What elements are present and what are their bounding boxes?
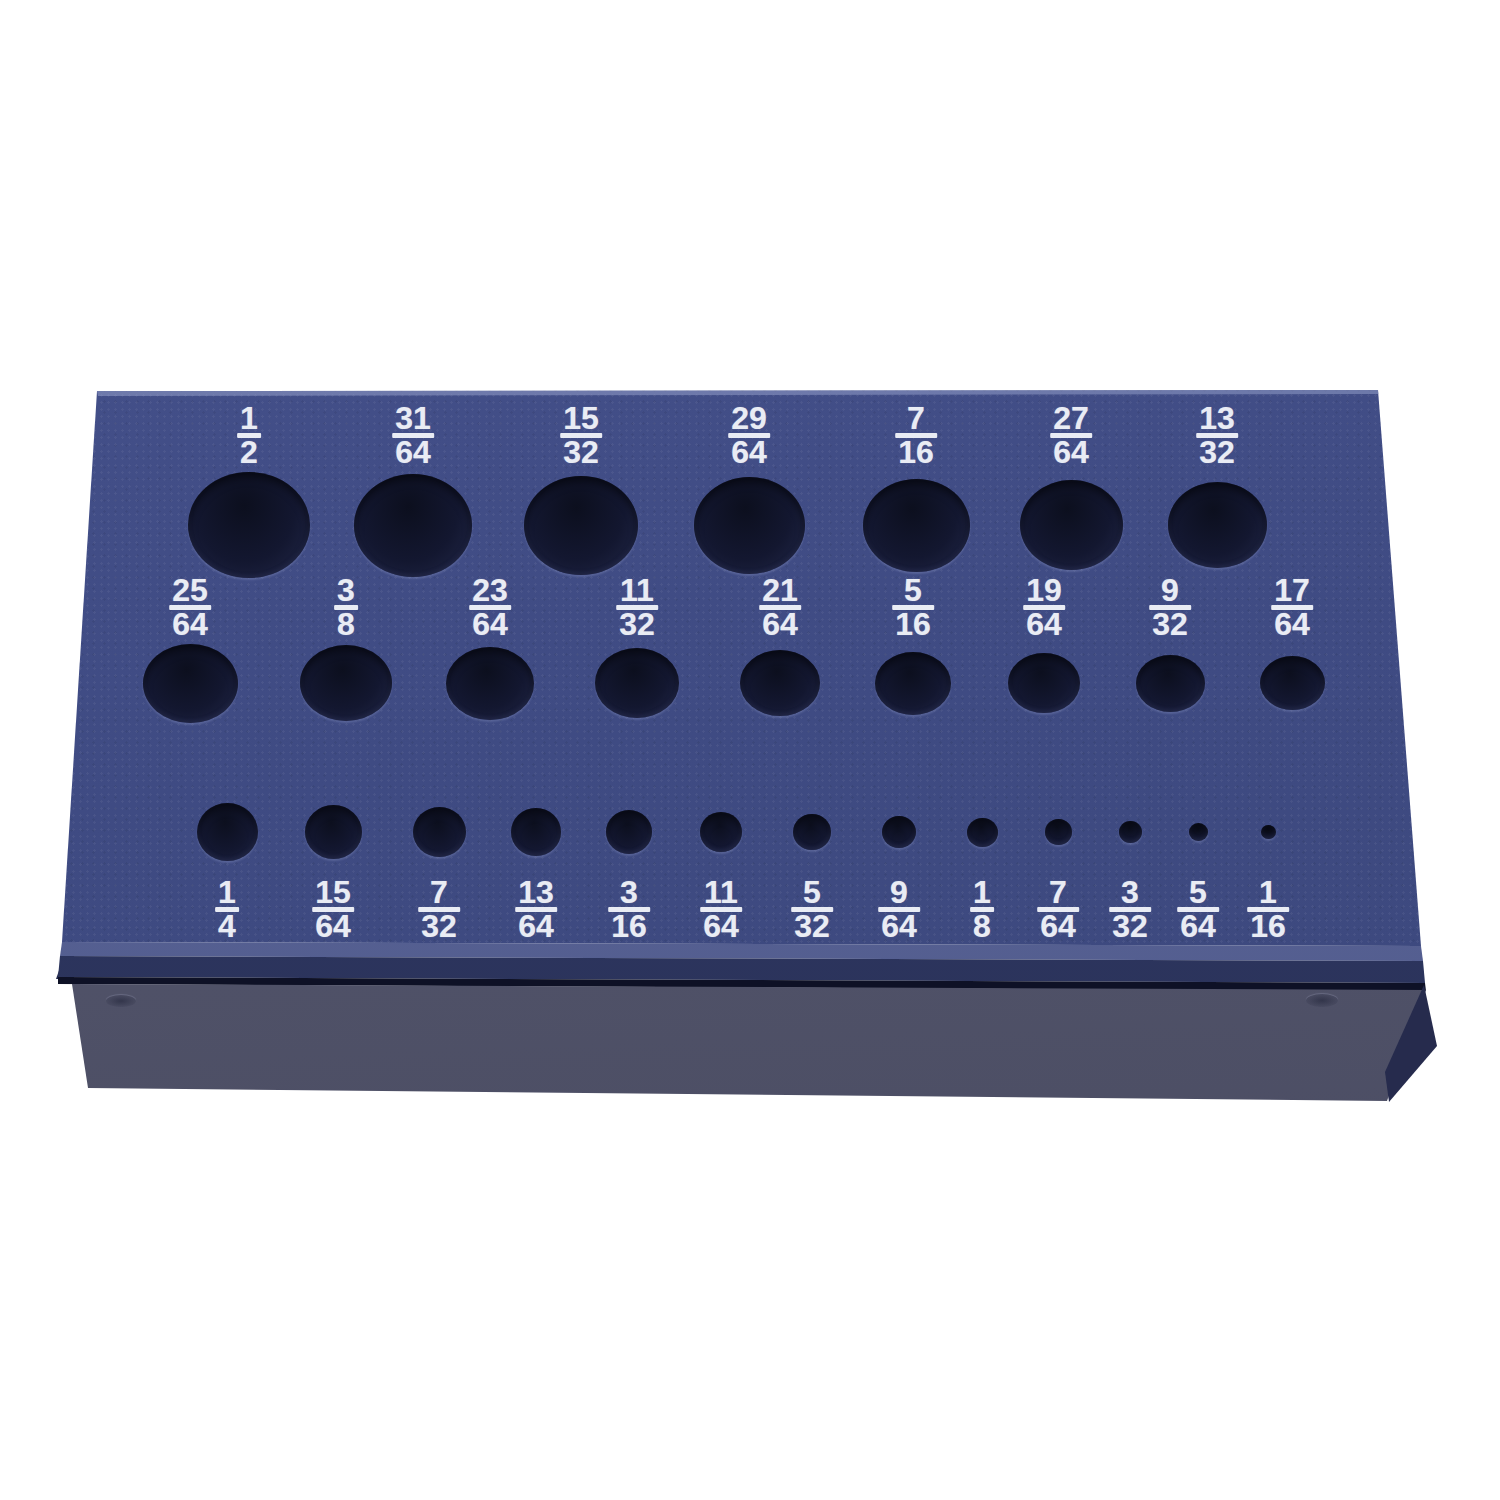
- size-label-3-32: 332: [1109, 880, 1151, 939]
- numerator: 5: [1186, 880, 1210, 905]
- hole-31-64: [354, 474, 472, 577]
- numerator: 15: [560, 406, 602, 431]
- denominator: 64: [1177, 914, 1219, 939]
- numerator: 7: [427, 880, 451, 905]
- numerator: 11: [617, 578, 657, 603]
- denominator: 16: [1247, 914, 1289, 939]
- hole-7-32: [413, 807, 466, 857]
- hole-3-8: [300, 645, 392, 721]
- hole-1-8: [967, 818, 998, 847]
- denominator: 32: [1196, 440, 1238, 465]
- denominator: 64: [1271, 612, 1313, 637]
- size-label-25-64: 2564: [169, 578, 211, 637]
- hole-19-64: [1008, 653, 1080, 713]
- numerator: 5: [800, 880, 824, 905]
- hole-11-32: [595, 648, 679, 718]
- denominator: 64: [469, 612, 511, 637]
- photo-canvas: 1231641532296471627641332256438236411322…: [0, 0, 1500, 1500]
- denominator: 64: [1050, 440, 1092, 465]
- denominator: 64: [169, 612, 211, 637]
- numerator: 11: [701, 880, 741, 905]
- numerator: 3: [617, 880, 641, 905]
- hole-3-32: [1119, 821, 1142, 843]
- size-label-9-32: 932: [1149, 578, 1191, 637]
- denominator: 16: [892, 612, 934, 637]
- size-label-19-64: 1964: [1023, 578, 1065, 637]
- hole-15-32: [524, 476, 638, 575]
- size-label-11-64: 1164: [700, 880, 742, 939]
- denominator: 32: [418, 914, 460, 939]
- size-label-7-32: 732: [418, 880, 460, 939]
- size-label-1-8: 18: [970, 880, 994, 939]
- hole-7-16: [863, 479, 970, 572]
- numerator: 3: [1118, 880, 1142, 905]
- size-label-3-16: 316: [608, 880, 650, 939]
- size-label-15-32: 1532: [560, 406, 602, 465]
- hole-5-32: [793, 814, 831, 850]
- size-label-7-64: 764: [1037, 880, 1079, 939]
- hole-15-64: [305, 805, 362, 859]
- hole-21-64: [740, 650, 820, 716]
- denominator: 4: [215, 914, 239, 939]
- hole-7-64: [1045, 819, 1072, 845]
- size-label-31-64: 3164: [392, 406, 434, 465]
- size-label-11-32: 1132: [616, 578, 658, 637]
- numerator: 13: [515, 880, 557, 905]
- numerator: 21: [759, 578, 801, 603]
- hole-9-64: [882, 816, 916, 848]
- size-label-27-64: 2764: [1050, 406, 1092, 465]
- size-label-21-64: 2164: [759, 578, 801, 637]
- hole-5-16: [875, 652, 951, 715]
- hole-3-16: [606, 810, 652, 854]
- numerator: 23: [469, 578, 511, 603]
- hole-29-64: [694, 477, 805, 574]
- hole-1-2: [188, 472, 310, 578]
- denominator: 16: [608, 914, 650, 939]
- denominator: 32: [791, 914, 833, 939]
- size-label-1-16: 116: [1247, 880, 1289, 939]
- numerator: 13: [1196, 406, 1238, 431]
- numerator: 17: [1271, 578, 1313, 603]
- surface-mark-right: [1306, 994, 1338, 1007]
- denominator: 64: [728, 440, 770, 465]
- box-top-face: 1231641532296471627641332256438236411322…: [0, 0, 1500, 1500]
- size-label-1-4: 14: [215, 880, 239, 939]
- numerator: 15: [312, 880, 354, 905]
- size-label-1-2: 12: [237, 406, 261, 465]
- numerator: 9: [887, 880, 911, 905]
- numerator: 5: [901, 578, 925, 603]
- denominator: 16: [895, 440, 937, 465]
- hole-27-64: [1020, 480, 1123, 570]
- hole-1-16: [1261, 825, 1276, 839]
- hole-5-64: [1189, 823, 1208, 841]
- numerator: 1: [215, 880, 239, 905]
- denominator: 64: [700, 914, 742, 939]
- denominator: 8: [334, 612, 358, 637]
- numerator: 9: [1158, 578, 1182, 603]
- hole-13-64: [511, 808, 561, 856]
- size-label-13-64: 1364: [515, 880, 557, 939]
- numerator: 19: [1023, 578, 1065, 603]
- size-label-5-32: 532: [791, 880, 833, 939]
- numerator: 31: [392, 406, 434, 431]
- size-label-5-64: 564: [1177, 880, 1219, 939]
- size-label-5-16: 516: [892, 578, 934, 637]
- hole-13-32: [1168, 482, 1267, 568]
- denominator: 32: [1109, 914, 1151, 939]
- denominator: 64: [1023, 612, 1065, 637]
- hole-1-4: [197, 803, 258, 861]
- hole-17-64: [1260, 656, 1325, 710]
- size-label-7-16: 716: [895, 406, 937, 465]
- hole-25-64: [143, 644, 238, 723]
- denominator: 64: [759, 612, 801, 637]
- numerator: 7: [1046, 880, 1070, 905]
- size-label-17-64: 1764: [1271, 578, 1313, 637]
- denominator: 64: [1037, 914, 1079, 939]
- hole-11-64: [700, 812, 742, 852]
- denominator: 64: [312, 914, 354, 939]
- numerator: 29: [728, 406, 770, 431]
- denominator: 64: [878, 914, 920, 939]
- size-label-23-64: 2364: [469, 578, 511, 637]
- denominator: 64: [392, 440, 434, 465]
- numerator: 1: [1256, 880, 1280, 905]
- denominator: 32: [616, 612, 658, 637]
- size-label-29-64: 2964: [728, 406, 770, 465]
- size-label-3-8: 38: [334, 578, 358, 637]
- hole-9-32: [1136, 655, 1205, 712]
- numerator: 1: [237, 406, 261, 431]
- size-label-13-32: 1332: [1196, 406, 1238, 465]
- denominator: 32: [1149, 612, 1191, 637]
- numerator: 27: [1050, 406, 1092, 431]
- size-label-9-64: 964: [878, 880, 920, 939]
- denominator: 2: [237, 440, 261, 465]
- numerator: 7: [904, 406, 928, 431]
- size-label-15-64: 1564: [312, 880, 354, 939]
- numerator: 25: [169, 578, 211, 603]
- denominator: 64: [515, 914, 557, 939]
- surface-mark-left: [106, 995, 136, 1007]
- numerator: 3: [334, 578, 358, 603]
- hole-23-64: [446, 647, 534, 720]
- denominator: 32: [560, 440, 602, 465]
- numerator: 1: [970, 880, 994, 905]
- denominator: 8: [970, 914, 994, 939]
